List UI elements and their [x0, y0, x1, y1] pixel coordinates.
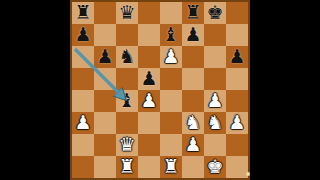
- right-letterbox: [250, 0, 320, 180]
- square-h7[interactable]: [226, 24, 248, 46]
- piece-black-pawn: ♟: [228, 45, 245, 67]
- piece-black-pawn: ♟: [140, 67, 157, 89]
- square-f7[interactable]: ♟: [182, 24, 204, 46]
- piece-white-pawn: ♟: [184, 133, 201, 155]
- square-f1[interactable]: [182, 156, 204, 178]
- record-indicator-dot: [246, 172, 250, 176]
- piece-black-queen: ♛: [118, 1, 135, 23]
- square-e7[interactable]: ♝: [160, 24, 182, 46]
- piece-black-bishop: ♝: [162, 23, 179, 45]
- piece-white-pawn: ♟: [74, 111, 91, 133]
- square-b5[interactable]: [94, 68, 116, 90]
- square-c4[interactable]: ♝: [116, 90, 138, 112]
- square-e1[interactable]: ♜: [160, 156, 182, 178]
- piece-black-pawn: ♟: [96, 45, 113, 67]
- chess-board: ♜♛♜♚♟♝♟♟♞♟♟♟♝♟♟♟♞♞♟♛♟♜♜♚: [72, 2, 248, 178]
- square-d8[interactable]: [138, 2, 160, 24]
- piece-black-king: ♚: [206, 1, 223, 23]
- square-a1[interactable]: [72, 156, 94, 178]
- square-a5[interactable]: [72, 68, 94, 90]
- square-f3[interactable]: ♞: [182, 112, 204, 134]
- square-f2[interactable]: ♟: [182, 134, 204, 156]
- square-g8[interactable]: ♚: [204, 2, 226, 24]
- square-g5[interactable]: [204, 68, 226, 90]
- square-e2[interactable]: [160, 134, 182, 156]
- square-g6[interactable]: [204, 46, 226, 68]
- square-d5[interactable]: ♟: [138, 68, 160, 90]
- chess-board-frame: ♜♛♜♚♟♝♟♟♞♟♟♟♝♟♟♟♞♞♟♛♟♜♜♚: [70, 0, 250, 180]
- piece-white-knight: ♞: [184, 111, 201, 133]
- square-c5[interactable]: [116, 68, 138, 90]
- square-c6[interactable]: ♞: [116, 46, 138, 68]
- square-f5[interactable]: [182, 68, 204, 90]
- square-h8[interactable]: [226, 2, 248, 24]
- square-c8[interactable]: ♛: [116, 2, 138, 24]
- piece-white-queen: ♛: [118, 133, 135, 155]
- square-g2[interactable]: [204, 134, 226, 156]
- square-b3[interactable]: [94, 112, 116, 134]
- square-a3[interactable]: ♟: [72, 112, 94, 134]
- piece-white-pawn: ♟: [140, 89, 157, 111]
- piece-black-knight: ♞: [118, 45, 135, 67]
- square-b7[interactable]: [94, 24, 116, 46]
- square-f6[interactable]: [182, 46, 204, 68]
- square-b1[interactable]: [94, 156, 116, 178]
- piece-black-pawn: ♟: [184, 23, 201, 45]
- square-e3[interactable]: [160, 112, 182, 134]
- square-a4[interactable]: [72, 90, 94, 112]
- square-g7[interactable]: [204, 24, 226, 46]
- square-d1[interactable]: [138, 156, 160, 178]
- square-a6[interactable]: [72, 46, 94, 68]
- square-b6[interactable]: ♟: [94, 46, 116, 68]
- square-a7[interactable]: ♟: [72, 24, 94, 46]
- piece-white-knight: ♞: [206, 111, 223, 133]
- square-c3[interactable]: [116, 112, 138, 134]
- square-e6[interactable]: ♟: [160, 46, 182, 68]
- piece-white-king: ♚: [206, 155, 223, 177]
- square-a2[interactable]: [72, 134, 94, 156]
- square-h6[interactable]: ♟: [226, 46, 248, 68]
- square-c2[interactable]: ♛: [116, 134, 138, 156]
- square-d7[interactable]: [138, 24, 160, 46]
- piece-white-pawn: ♟: [206, 89, 223, 111]
- piece-black-pawn: ♟: [74, 23, 91, 45]
- square-f4[interactable]: [182, 90, 204, 112]
- square-h2[interactable]: [226, 134, 248, 156]
- piece-white-pawn: ♟: [228, 111, 245, 133]
- square-d4[interactable]: ♟: [138, 90, 160, 112]
- square-h5[interactable]: [226, 68, 248, 90]
- square-h1[interactable]: [226, 156, 248, 178]
- square-d6[interactable]: [138, 46, 160, 68]
- square-a8[interactable]: ♜: [72, 2, 94, 24]
- piece-white-rook: ♜: [118, 155, 135, 177]
- piece-white-rook: ♜: [162, 155, 179, 177]
- square-e8[interactable]: [160, 2, 182, 24]
- square-b2[interactable]: [94, 134, 116, 156]
- square-c1[interactable]: ♜: [116, 156, 138, 178]
- square-g4[interactable]: ♟: [204, 90, 226, 112]
- square-d3[interactable]: [138, 112, 160, 134]
- square-e4[interactable]: [160, 90, 182, 112]
- square-h3[interactable]: ♟: [226, 112, 248, 134]
- square-b4[interactable]: [94, 90, 116, 112]
- square-e5[interactable]: [160, 68, 182, 90]
- piece-black-bishop: ♝: [118, 89, 135, 111]
- piece-white-pawn: ♟: [162, 45, 179, 67]
- square-g3[interactable]: ♞: [204, 112, 226, 134]
- square-f8[interactable]: ♜: [182, 2, 204, 24]
- left-letterbox: [0, 0, 70, 180]
- square-c7[interactable]: [116, 24, 138, 46]
- chess-app-screen: ♜♛♜♚♟♝♟♟♞♟♟♟♝♟♟♟♞♞♟♛♟♜♜♚: [0, 0, 320, 180]
- square-g1[interactable]: ♚: [204, 156, 226, 178]
- piece-black-rook: ♜: [74, 1, 91, 23]
- square-d2[interactable]: [138, 134, 160, 156]
- square-b8[interactable]: [94, 2, 116, 24]
- square-h4[interactable]: [226, 90, 248, 112]
- piece-black-rook: ♜: [184, 1, 201, 23]
